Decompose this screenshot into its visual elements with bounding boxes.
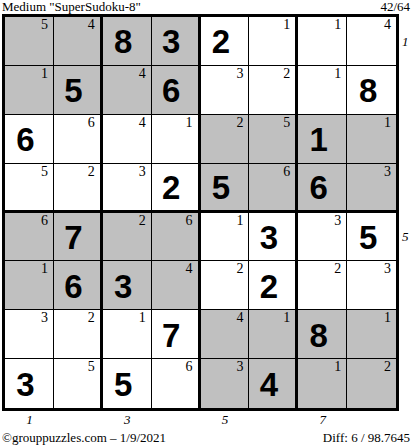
pencil-mark: 1: [139, 310, 146, 325]
given-digit: 1: [298, 115, 346, 163]
pencil-mark: 5: [41, 17, 48, 32]
given-digit: 8: [298, 310, 346, 358]
given-digit: 7: [152, 310, 198, 358]
cell-r7c3[interactable]: 1: [103, 310, 152, 359]
pencil-mark: 2: [236, 115, 243, 130]
pencil-mark: 1: [283, 310, 290, 325]
cell-r8c1[interactable]: 3: [5, 359, 54, 408]
cell-r5c4[interactable]: 6: [152, 213, 201, 262]
cell-r2c7[interactable]: 1: [298, 66, 347, 115]
cell-r1c2[interactable]: 4: [54, 17, 103, 66]
cell-r4c6[interactable]: 6: [249, 164, 298, 213]
cell-r1c8[interactable]: 4: [347, 17, 396, 66]
footer: ©grouppuzzles.com – 1/9/2021 Diff: 6 / 9…: [2, 431, 410, 445]
pencil-mark: 1: [283, 17, 290, 32]
given-digit: 2: [201, 17, 249, 65]
given-digit: 8: [103, 17, 151, 65]
given-digit: 8: [347, 66, 396, 114]
pencil-mark: 6: [88, 115, 95, 130]
pencil-mark: 5: [88, 359, 95, 374]
pencil-mark: 1: [236, 213, 243, 228]
cell-r7c5[interactable]: 4: [201, 310, 250, 359]
cell-r6c8[interactable]: 3: [347, 261, 396, 310]
pencil-mark: 2: [88, 164, 95, 179]
given-digit: 6: [152, 66, 198, 114]
cell-r1c3[interactable]: 8: [103, 17, 152, 66]
pencil-mark: 1: [334, 17, 341, 32]
difficulty-text: Diff: 6 / 98.7645: [323, 431, 410, 445]
given-digit: 5: [54, 66, 100, 114]
pencil-mark: 6: [283, 164, 290, 179]
column-label-1: 1: [5, 412, 54, 427]
given-digit: 7: [54, 213, 100, 261]
cell-r7c2[interactable]: 2: [54, 310, 103, 359]
cell-r8c5[interactable]: 3: [201, 359, 250, 408]
pencil-mark: 1: [41, 261, 48, 276]
pencil-mark: 1: [186, 115, 193, 130]
cell-r5c1[interactable]: 6: [5, 213, 54, 262]
cell-r6c3[interactable]: 3: [103, 261, 152, 310]
cell-r1c1[interactable]: 5: [5, 17, 54, 66]
cell-r5c8[interactable]: 5: [347, 213, 396, 262]
cell-r6c2[interactable]: 6: [54, 261, 103, 310]
cell-r3c7[interactable]: 1: [298, 115, 347, 164]
cell-r2c2[interactable]: 5: [54, 66, 103, 115]
cell-r3c2[interactable]: 6: [54, 115, 103, 164]
given-digit: 6: [298, 164, 346, 210]
cell-r2c3[interactable]: 4: [103, 66, 152, 115]
pencil-mark: 1: [334, 359, 341, 374]
cell-r4c4[interactable]: 2: [152, 164, 201, 213]
pencil-mark: 4: [88, 17, 95, 32]
pencil-mark: 2: [283, 66, 290, 81]
column-label-5: 5: [201, 412, 250, 427]
cell-r6c7[interactable]: 2: [298, 261, 347, 310]
pencil-mark: 4: [186, 261, 193, 276]
pencil-mark: 2: [88, 310, 95, 325]
remaining-counter: 42/64: [380, 0, 410, 13]
cell-r3c5[interactable]: 2: [201, 115, 250, 164]
pencil-mark: 4: [384, 17, 391, 32]
cell-r5c7[interactable]: 3: [298, 213, 347, 262]
cell-r4c5[interactable]: 5: [201, 164, 250, 213]
puzzle-title: Medium "SuperSudoku-8": [2, 0, 141, 13]
pencil-mark: 3: [384, 261, 391, 276]
cell-r6c5[interactable]: 2: [201, 261, 250, 310]
pencil-mark: 6: [186, 213, 193, 228]
pencil-mark: 2: [139, 213, 146, 228]
pencil-mark: 3: [384, 164, 391, 179]
copyright-text: ©grouppuzzles.com – 1/9/2021: [2, 431, 166, 445]
pencil-mark: 4: [139, 115, 146, 130]
cell-r7c8[interactable]: 1: [347, 310, 396, 359]
cell-r2c4[interactable]: 6: [152, 66, 201, 115]
cell-r1c4[interactable]: 3: [152, 17, 201, 66]
column-label-3: 3: [103, 412, 152, 427]
cell-r7c6[interactable]: 1: [249, 310, 298, 359]
sudoku-board: 5483211415463218664125115232566367261335…: [2, 14, 399, 411]
pencil-mark: 1: [384, 310, 391, 325]
cell-r1c6[interactable]: 1: [249, 17, 298, 66]
cell-r3c4[interactable]: 1: [152, 115, 201, 164]
cell-r8c8[interactable]: 2: [347, 359, 396, 408]
cell-r8c3[interactable]: 5: [103, 359, 152, 408]
cell-r6c6[interactable]: 2: [249, 261, 298, 310]
cell-r8c6[interactable]: 4: [249, 359, 298, 408]
given-digit: 3: [5, 359, 53, 408]
given-digit: 2: [152, 164, 198, 210]
row-label-1: 1: [402, 34, 409, 49]
given-digit: 3: [152, 17, 198, 65]
given-digit: 5: [103, 359, 151, 408]
pencil-mark: 4: [236, 310, 243, 325]
pencil-mark: 4: [139, 66, 146, 81]
pencil-mark: 2: [334, 261, 341, 276]
cell-r4c1[interactable]: 5: [5, 164, 54, 213]
cell-r1c7[interactable]: 1: [298, 17, 347, 66]
cell-r6c4[interactable]: 4: [152, 261, 201, 310]
pencil-mark: 1: [334, 66, 341, 81]
cell-r5c5[interactable]: 1: [201, 213, 250, 262]
cell-r3c1[interactable]: 6: [5, 115, 54, 164]
cell-r8c7[interactable]: 1: [298, 359, 347, 408]
given-digit: 5: [347, 213, 396, 261]
given-digit: 6: [5, 115, 53, 163]
given-digit: 4: [249, 359, 295, 408]
cell-r8c2[interactable]: 5: [54, 359, 103, 408]
cell-r3c3[interactable]: 4: [103, 115, 152, 164]
cell-r2c8[interactable]: 8: [347, 66, 396, 115]
header: Medium "SuperSudoku-8" 42/64: [2, 0, 410, 13]
cell-r2c5[interactable]: 3: [201, 66, 250, 115]
column-label-7: 7: [298, 412, 347, 427]
cell-r4c8[interactable]: 3: [347, 164, 396, 213]
given-digit: 3: [103, 261, 151, 309]
given-digit: 2: [249, 261, 295, 309]
pencil-mark: 6: [41, 213, 48, 228]
cell-r7c7[interactable]: 8: [298, 310, 347, 359]
pencil-mark: 3: [236, 66, 243, 81]
pencil-mark: 3: [334, 213, 341, 228]
cell-r5c6[interactable]: 3: [249, 213, 298, 262]
cell-r4c3[interactable]: 3: [103, 164, 152, 213]
cell-r5c3[interactable]: 2: [103, 213, 152, 262]
pencil-mark: 2: [384, 359, 391, 374]
pencil-mark: 1: [41, 66, 48, 81]
given-digit: 3: [249, 213, 295, 261]
cell-r2c6[interactable]: 2: [249, 66, 298, 115]
pencil-mark: 5: [283, 115, 290, 130]
cell-r4c7[interactable]: 6: [298, 164, 347, 213]
cell-r6c1[interactable]: 1: [5, 261, 54, 310]
pencil-mark: 2: [236, 261, 243, 276]
cell-r3c8[interactable]: 1: [347, 115, 396, 164]
cell-r1c5[interactable]: 2: [201, 17, 250, 66]
cell-r7c4[interactable]: 7: [152, 310, 201, 359]
pencil-mark: 1: [384, 115, 391, 130]
pencil-mark: 3: [236, 359, 243, 374]
row-label-5: 5: [402, 229, 409, 244]
pencil-mark: 5: [41, 164, 48, 179]
given-digit: 6: [54, 261, 100, 309]
pencil-mark: 6: [186, 359, 193, 374]
pencil-mark: 3: [41, 310, 48, 325]
cell-r8c4[interactable]: 6: [152, 359, 201, 408]
given-digit: 5: [201, 164, 249, 210]
cell-r4c2[interactable]: 2: [54, 164, 103, 213]
pencil-mark: 3: [139, 164, 146, 179]
cell-r3c6[interactable]: 5: [249, 115, 298, 164]
cell-r7c1[interactable]: 3: [5, 310, 54, 359]
cell-r2c1[interactable]: 1: [5, 66, 54, 115]
cell-r5c2[interactable]: 7: [54, 213, 103, 262]
